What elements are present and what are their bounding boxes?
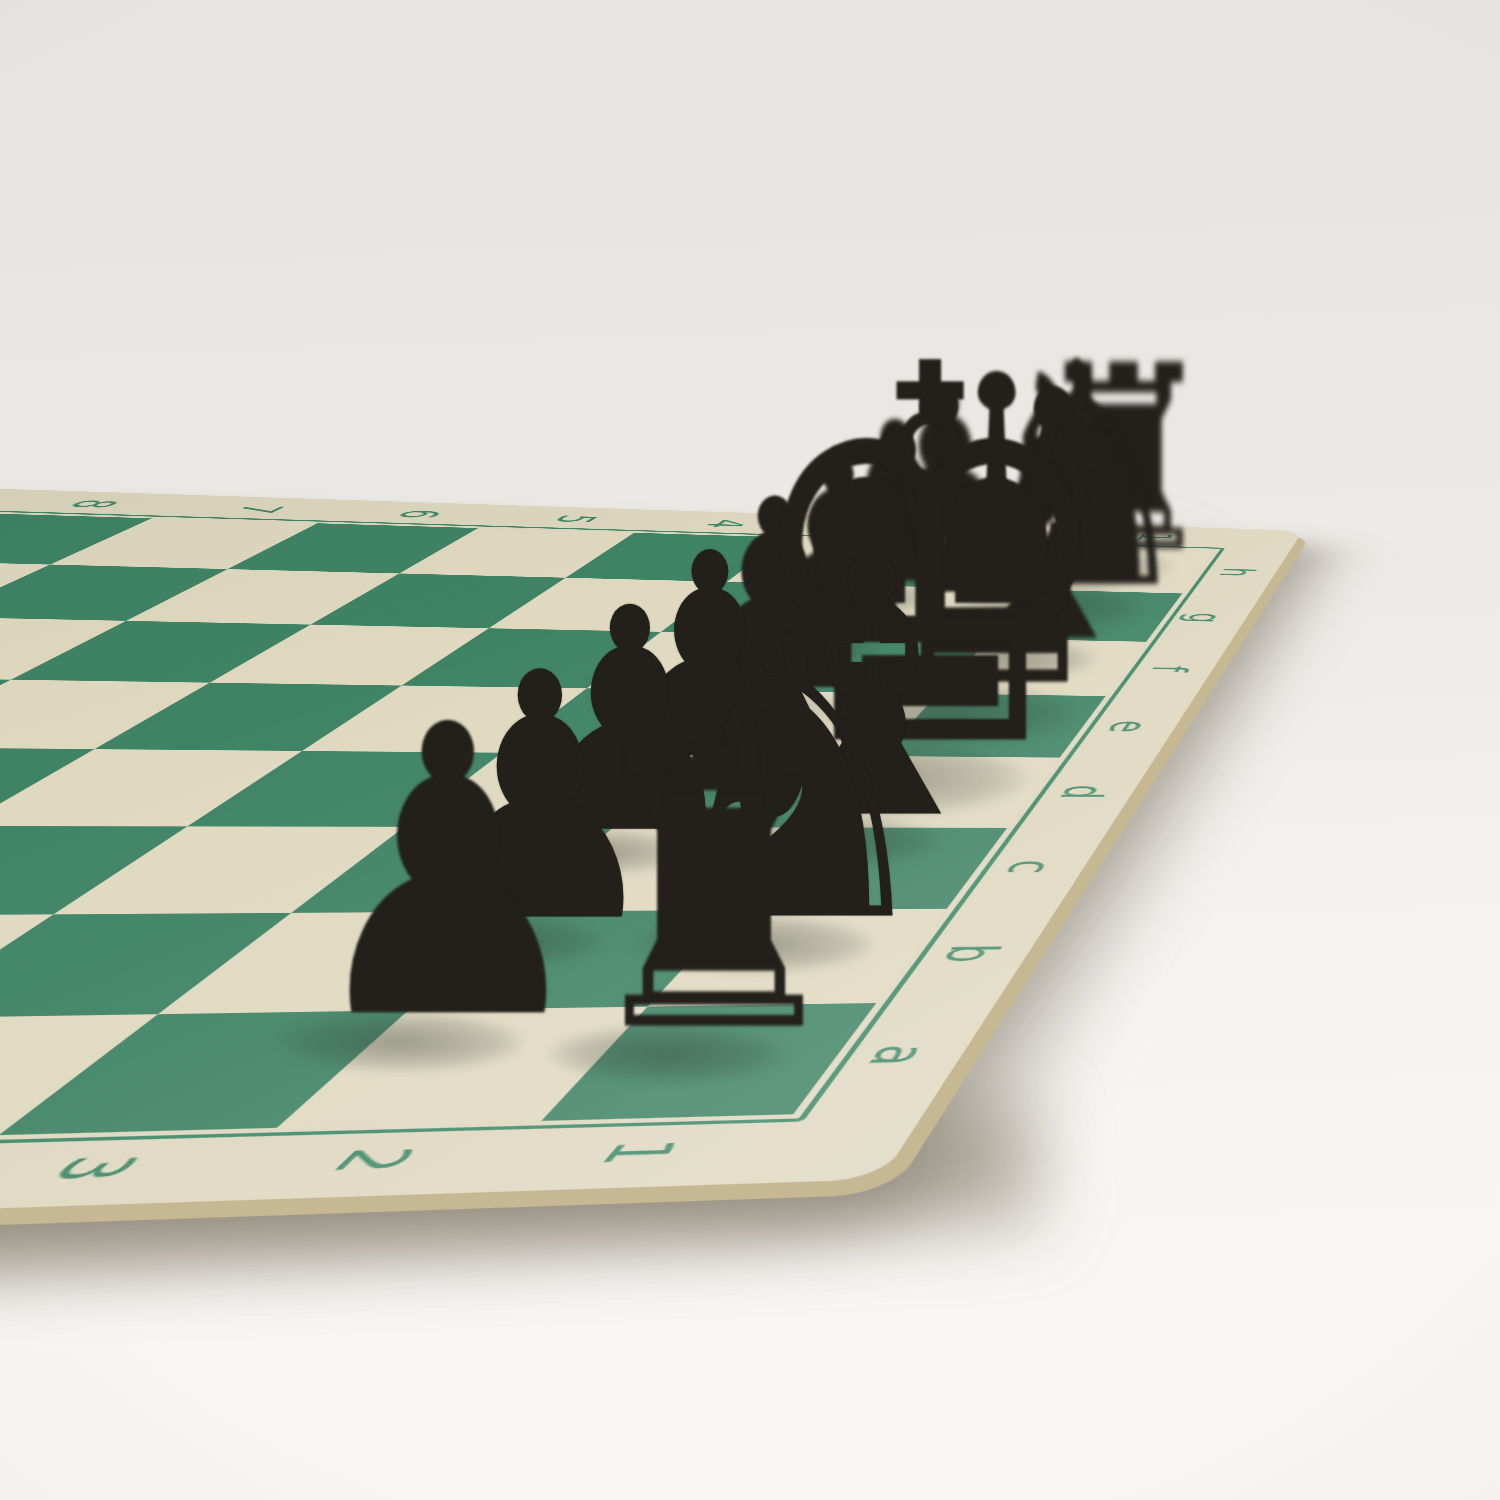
piece-black-rook-a1[interactable]: ♜ (572, 700, 855, 1085)
chess-photo-scene: 88hh77gg66ff55ee44dd33cc22bb11aa ♟♜♟♞♟♝♟… (0, 0, 1500, 1500)
pieces-layer: ♟♜♟♞♟♝♟♛♟♚♝♟♟♞♟♜ (0, 0, 1500, 1500)
piece-black-pawn-a2[interactable]: ♟ (301, 674, 595, 1074)
